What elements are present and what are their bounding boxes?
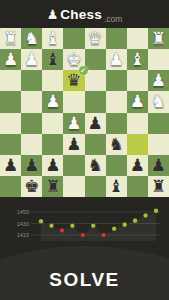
square-h5[interactable] [0, 113, 21, 134]
piece-white-bishop[interactable]: ♝ [45, 30, 60, 47]
solve-button[interactable]: SOLVE [0, 269, 169, 291]
rating-point-win [122, 222, 127, 227]
square-a8[interactable]: ♜ [148, 176, 169, 197]
chesscom-logo[interactable]: Chess [60, 7, 102, 22]
piece-black-king[interactable]: ♚ [24, 178, 39, 195]
piece-black-knight[interactable]: ♞ [109, 136, 124, 153]
square-e5[interactable]: ♟ [63, 113, 84, 134]
piece-white-pawn[interactable]: ♟ [130, 93, 145, 110]
piece-white-rook[interactable]: ♜ [151, 30, 166, 47]
square-g4[interactable] [21, 91, 42, 112]
piece-black-knight[interactable]: ♞ [87, 157, 102, 174]
square-d1[interactable]: ♛ [85, 28, 106, 49]
piece-white-pawn[interactable]: ♟ [66, 115, 81, 132]
piece-white-rook[interactable]: ♜ [3, 30, 18, 47]
piece-black-rook[interactable]: ♜ [151, 178, 166, 195]
piece-white-pawn[interactable]: ♟ [109, 51, 124, 68]
logo-pawn-icon: ♟ [47, 8, 59, 21]
square-c8[interactable]: ♝ [106, 176, 127, 197]
square-e4[interactable] [63, 91, 84, 112]
piece-white-pawn[interactable]: ♟ [151, 72, 166, 89]
rating-area-fill [41, 211, 156, 241]
square-a7[interactable]: ♟ [148, 155, 169, 176]
rating-point-win [91, 224, 96, 229]
square-a2[interactable] [148, 49, 169, 70]
square-h1[interactable]: ♜ [0, 28, 21, 49]
rating-point-win [49, 224, 54, 229]
piece-white-knight[interactable]: ♞ [24, 30, 39, 47]
square-h7[interactable]: ♟ [0, 155, 21, 176]
square-a1[interactable]: ♜ [148, 28, 169, 49]
piece-white-bishop[interactable]: ♝ [130, 51, 145, 68]
square-b8[interactable] [127, 176, 148, 197]
rating-point-loss [81, 233, 86, 238]
square-g3[interactable] [21, 70, 42, 91]
square-b2[interactable]: ♝ [127, 49, 148, 70]
correct-move-checkmark-icon: ✓ [79, 66, 88, 75]
piece-black-pawn[interactable]: ♟ [45, 157, 60, 174]
square-f6[interactable] [42, 134, 63, 155]
square-g6[interactable] [21, 134, 42, 155]
square-e1[interactable] [63, 28, 84, 49]
piece-black-pawn[interactable]: ♟ [24, 157, 39, 174]
square-f2[interactable]: ♝ [42, 49, 63, 70]
square-d2[interactable] [85, 49, 106, 70]
square-d5[interactable]: ♟ [85, 113, 106, 134]
square-h6[interactable] [0, 134, 21, 155]
rating-point-loss [101, 233, 106, 238]
square-d4[interactable] [85, 91, 106, 112]
app-header: ♟ Chess .com [0, 0, 169, 28]
square-b1[interactable] [127, 28, 148, 49]
square-a6[interactable] [148, 134, 169, 155]
piece-black-pawn[interactable]: ♟ [87, 115, 102, 132]
square-c6[interactable]: ♞ [106, 134, 127, 155]
square-b6[interactable] [127, 134, 148, 155]
ytick-label-1450: 1450 [17, 209, 29, 215]
square-a5[interactable] [148, 113, 169, 134]
square-d8[interactable] [85, 176, 106, 197]
square-d3[interactable] [85, 70, 106, 91]
ytick-label-1430: 1430 [17, 221, 29, 227]
square-f3[interactable] [42, 70, 63, 91]
piece-white-pawn[interactable]: ♟ [45, 93, 60, 110]
square-f8[interactable]: ♜ [42, 176, 63, 197]
piece-black-rook[interactable]: ♜ [45, 178, 60, 195]
chess-puzzle-ad: ♟ Chess .com ♜♞♝♛♜♟♟♝♚♟♝♛✓♟♟♟♞♟♟♟♞♟♟♟♞♟♟… [0, 0, 169, 300]
rating-point-win [133, 218, 138, 223]
piece-black-bishop[interactable]: ♝ [109, 178, 124, 195]
square-b3[interactable] [127, 70, 148, 91]
rating-point-loss [60, 228, 65, 233]
logo-suffix: .com [104, 14, 122, 28]
piece-white-pawn[interactable]: ♟ [24, 51, 39, 68]
piece-black-pawn[interactable]: ♟ [66, 136, 81, 153]
piece-black-queen[interactable]: ♛ [66, 72, 81, 89]
rating-point-win [112, 226, 117, 231]
square-a3[interactable]: ♟ [148, 70, 169, 91]
rating-point-win [39, 219, 44, 224]
square-c1[interactable] [106, 28, 127, 49]
square-b4[interactable]: ♟ [127, 91, 148, 112]
square-c2[interactable]: ♟ [106, 49, 127, 70]
square-c5[interactable] [106, 113, 127, 134]
ytick-label-1410: 1410 [17, 232, 29, 238]
square-g7[interactable]: ♟ [21, 155, 42, 176]
rating-point-win [143, 213, 148, 218]
square-h2[interactable]: ♟ [0, 49, 21, 70]
piece-black-pawn[interactable]: ♟ [130, 157, 145, 174]
rating-chart: 145014301410 [0, 197, 169, 253]
piece-black-bishop[interactable]: ♝ [45, 51, 60, 68]
rating-point-win [154, 209, 159, 214]
square-c4[interactable] [106, 91, 127, 112]
square-f1[interactable]: ♝ [42, 28, 63, 49]
piece-white-king[interactable]: ♚ [66, 51, 81, 68]
piece-black-pawn[interactable]: ♟ [151, 157, 166, 174]
rating-point-win [70, 224, 75, 229]
square-g2[interactable]: ♟ [21, 49, 42, 70]
piece-white-queen[interactable]: ♛ [87, 30, 102, 47]
square-b5[interactable] [127, 113, 148, 134]
square-g5[interactable] [21, 113, 42, 134]
square-c7[interactable] [106, 155, 127, 176]
square-f7[interactable]: ♟ [42, 155, 63, 176]
square-a4[interactable]: ♞ [148, 91, 169, 112]
square-g1[interactable]: ♞ [21, 28, 42, 49]
chess-board: ♜♞♝♛♜♟♟♝♚♟♝♛✓♟♟♟♞♟♟♟♞♟♟♟♞♟♟♚♜♝♜ [0, 28, 169, 197]
square-e3[interactable]: ♛✓ [63, 70, 84, 91]
square-g8[interactable]: ♚ [21, 176, 42, 197]
square-b7[interactable]: ♟ [127, 155, 148, 176]
square-e6[interactable]: ♟ [63, 134, 84, 155]
square-h8[interactable] [0, 176, 21, 197]
square-e8[interactable] [63, 176, 84, 197]
square-c3[interactable] [106, 70, 127, 91]
square-f5[interactable] [42, 113, 63, 134]
bottom-panel: 145014301410 SOLVE [0, 197, 169, 300]
square-f4[interactable]: ♟ [42, 91, 63, 112]
square-d6[interactable] [85, 134, 106, 155]
piece-white-pawn[interactable]: ♟ [3, 51, 18, 68]
square-h4[interactable] [0, 91, 21, 112]
square-e7[interactable] [63, 155, 84, 176]
square-d7[interactable]: ♞ [85, 155, 106, 176]
piece-black-pawn[interactable]: ♟ [3, 157, 18, 174]
piece-white-knight[interactable]: ♞ [151, 93, 166, 110]
square-h3[interactable] [0, 70, 21, 91]
